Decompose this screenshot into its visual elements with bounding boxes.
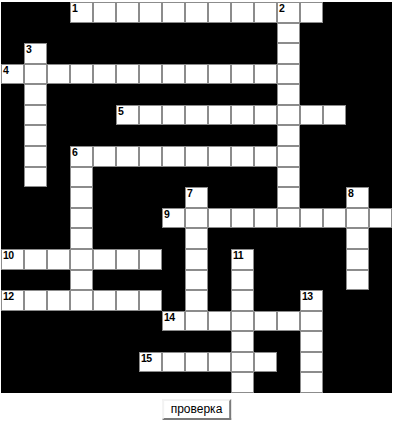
block-r16-c14 xyxy=(323,331,346,352)
block-r12-c7 xyxy=(162,249,185,270)
cell-r5-c5[interactable]: 5 xyxy=(116,105,139,126)
block-r15-c2 xyxy=(47,311,70,332)
cell-r7-c3[interactable]: 6 xyxy=(70,146,93,167)
block-r18-c5 xyxy=(116,372,139,393)
block-r17-c14 xyxy=(323,352,346,373)
cell-r11-c8[interactable] xyxy=(185,228,208,249)
cell-r10-c14[interactable] xyxy=(323,208,346,229)
cell-r16-c10[interactable] xyxy=(231,331,254,352)
block-r13-c7 xyxy=(162,270,185,291)
block-r1-c4 xyxy=(93,23,116,44)
cell-r0-c3[interactable]: 1 xyxy=(70,2,93,23)
cell-r17-c7[interactable] xyxy=(162,352,185,373)
cell-r8-c1[interactable] xyxy=(24,167,47,188)
cell-r15-c12[interactable] xyxy=(277,311,300,332)
block-r15-c0 xyxy=(1,311,24,332)
cell-r12-c3[interactable] xyxy=(70,249,93,270)
block-r16-c12 xyxy=(277,331,300,352)
block-r4-c8 xyxy=(185,84,208,105)
block-r9-c5 xyxy=(116,187,139,208)
cell-r5-c8[interactable] xyxy=(185,105,208,126)
cell-r12-c4[interactable] xyxy=(93,249,116,270)
cell-r3-c0[interactable]: 4 xyxy=(1,64,24,85)
cell-r5-c9[interactable] xyxy=(208,105,231,126)
block-r18-c14 xyxy=(323,372,346,393)
block-r4-c10 xyxy=(231,84,254,105)
block-r13-c5 xyxy=(116,270,139,291)
cell-r3-c12[interactable] xyxy=(277,64,300,85)
block-r11-c6 xyxy=(139,228,162,249)
block-r11-c7 xyxy=(162,228,185,249)
block-r18-c9 xyxy=(208,372,231,393)
block-r8-c0 xyxy=(1,167,24,188)
cell-r7-c9[interactable] xyxy=(208,146,231,167)
cell-r7-c1[interactable] xyxy=(24,146,47,167)
cell-r10-c13[interactable] xyxy=(300,208,323,229)
block-r5-c0 xyxy=(1,105,24,126)
block-r12-c11 xyxy=(254,249,277,270)
block-r11-c2 xyxy=(47,228,70,249)
block-r15-c3 xyxy=(70,311,93,332)
block-r6-c3 xyxy=(70,125,93,146)
cell-r14-c8[interactable] xyxy=(185,290,208,311)
block-r9-c10 xyxy=(231,187,254,208)
block-r1-c0 xyxy=(1,23,24,44)
block-r9-c14 xyxy=(323,187,346,208)
block-r16-c16 xyxy=(369,331,392,352)
block-r11-c1 xyxy=(24,228,47,249)
block-r12-c14 xyxy=(323,249,346,270)
cell-r12-c2[interactable] xyxy=(47,249,70,270)
cell-r8-c3[interactable] xyxy=(70,167,93,188)
block-r17-c1 xyxy=(24,352,47,373)
cell-r7-c5[interactable] xyxy=(116,146,139,167)
cell-r0-c12[interactable]: 2 xyxy=(277,2,300,23)
cell-r6-c12[interactable] xyxy=(277,125,300,146)
block-r6-c4 xyxy=(93,125,116,146)
block-r6-c8 xyxy=(185,125,208,146)
block-r1-c10 xyxy=(231,23,254,44)
cell-r18-c10[interactable] xyxy=(231,372,254,393)
block-r12-c9 xyxy=(208,249,231,270)
cell-r14-c2[interactable] xyxy=(47,290,70,311)
cell-r13-c10[interactable] xyxy=(231,270,254,291)
block-r16-c11 xyxy=(254,331,277,352)
block-r1-c5 xyxy=(116,23,139,44)
cell-r12-c0[interactable]: 10 xyxy=(1,249,24,270)
block-r17-c12 xyxy=(277,352,300,373)
block-r16-c5 xyxy=(116,331,139,352)
cell-r12-c8[interactable] xyxy=(185,249,208,270)
block-r17-c5 xyxy=(116,352,139,373)
block-r11-c16 xyxy=(369,228,392,249)
cell-r15-c8[interactable] xyxy=(185,311,208,332)
cell-r0-c8[interactable] xyxy=(185,2,208,23)
block-r16-c15 xyxy=(346,331,369,352)
block-r18-c16 xyxy=(369,372,392,393)
block-r0-c15 xyxy=(346,2,369,23)
cell-r9-c12[interactable] xyxy=(277,187,300,208)
block-r2-c16 xyxy=(369,43,392,64)
block-r14-c9 xyxy=(208,290,231,311)
block-r4-c13 xyxy=(300,84,323,105)
cell-r10-c3[interactable] xyxy=(70,208,93,229)
cell-r15-c10[interactable] xyxy=(231,311,254,332)
block-r9-c4 xyxy=(93,187,116,208)
cell-r0-c11[interactable] xyxy=(254,2,277,23)
cell-r3-c3[interactable] xyxy=(70,64,93,85)
cell-r7-c8[interactable] xyxy=(185,146,208,167)
cell-r5-c13[interactable] xyxy=(300,105,323,126)
cell-r9-c15[interactable]: 8 xyxy=(346,187,369,208)
cell-r3-c9[interactable] xyxy=(208,64,231,85)
cell-r13-c3[interactable] xyxy=(70,270,93,291)
cell-r17-c11[interactable] xyxy=(254,352,277,373)
block-r17-c15 xyxy=(346,352,369,373)
cell-r14-c5[interactable] xyxy=(116,290,139,311)
block-r2-c13 xyxy=(300,43,323,64)
cell-r14-c6[interactable] xyxy=(139,290,162,311)
block-r2-c10 xyxy=(231,43,254,64)
block-r18-c6 xyxy=(139,372,162,393)
block-r3-c16 xyxy=(369,64,392,85)
cell-r10-c12[interactable] xyxy=(277,208,300,229)
block-r2-c6 xyxy=(139,43,162,64)
cell-r7-c7[interactable] xyxy=(162,146,185,167)
block-r1-c16 xyxy=(369,23,392,44)
cell-r18-c13[interactable] xyxy=(300,372,323,393)
cell-r14-c4[interactable] xyxy=(93,290,116,311)
block-r9-c13 xyxy=(300,187,323,208)
block-r4-c5 xyxy=(116,84,139,105)
cell-r4-c1[interactable] xyxy=(24,84,47,105)
block-r11-c14 xyxy=(323,228,346,249)
block-r4-c14 xyxy=(323,84,346,105)
cell-r7-c12[interactable] xyxy=(277,146,300,167)
block-r12-c16 xyxy=(369,249,392,270)
cell-r5-c1[interactable] xyxy=(24,105,47,126)
block-r6-c16 xyxy=(369,125,392,146)
block-r6-c13 xyxy=(300,125,323,146)
clue-number-3: 3 xyxy=(26,44,31,55)
block-r16-c9 xyxy=(208,331,231,352)
block-r10-c6 xyxy=(139,208,162,229)
cell-r0-c5[interactable] xyxy=(116,2,139,23)
block-r16-c6 xyxy=(139,331,162,352)
cell-r10-c15[interactable] xyxy=(346,208,369,229)
cell-r3-c8[interactable] xyxy=(185,64,208,85)
block-r17-c3 xyxy=(70,352,93,373)
block-r2-c8 xyxy=(185,43,208,64)
block-r10-c0 xyxy=(1,208,24,229)
block-r11-c10 xyxy=(231,228,254,249)
block-r11-c13 xyxy=(300,228,323,249)
block-r6-c11 xyxy=(254,125,277,146)
block-r4-c16 xyxy=(369,84,392,105)
block-r2-c4 xyxy=(93,43,116,64)
cell-r0-c13[interactable] xyxy=(300,2,323,23)
block-r13-c13 xyxy=(300,270,323,291)
block-r2-c14 xyxy=(323,43,346,64)
clue-number-11: 11 xyxy=(233,250,243,261)
cell-r10-c10[interactable] xyxy=(231,208,254,229)
block-r13-c14 xyxy=(323,270,346,291)
block-r16-c3 xyxy=(70,331,93,352)
block-r4-c2 xyxy=(47,84,70,105)
page: { "game": "crossword", "board": { "rows"… xyxy=(0,0,393,422)
block-r18-c1 xyxy=(24,372,47,393)
block-r14-c15 xyxy=(346,290,369,311)
block-r1-c13 xyxy=(300,23,323,44)
cell-r0-c7[interactable] xyxy=(162,2,185,23)
block-r2-c5 xyxy=(116,43,139,64)
cell-r5-c14[interactable] xyxy=(323,105,346,126)
clue-number-8: 8 xyxy=(348,188,353,199)
block-r13-c4 xyxy=(93,270,116,291)
block-r8-c7 xyxy=(162,167,185,188)
cell-r5-c7[interactable] xyxy=(162,105,185,126)
block-r4-c6 xyxy=(139,84,162,105)
block-r18-c4 xyxy=(93,372,116,393)
cell-r12-c6[interactable] xyxy=(139,249,162,270)
cell-r8-c12[interactable] xyxy=(277,167,300,188)
block-r11-c11 xyxy=(254,228,277,249)
cell-r3-c2[interactable] xyxy=(47,64,70,85)
block-r17-c4 xyxy=(93,352,116,373)
cell-r14-c3[interactable] xyxy=(70,290,93,311)
cell-r13-c15[interactable] xyxy=(346,270,369,291)
cell-r17-c6[interactable]: 15 xyxy=(139,352,162,373)
block-r15-c1 xyxy=(24,311,47,332)
cell-r12-c10[interactable]: 11 xyxy=(231,249,254,270)
clue-number-15: 15 xyxy=(141,353,152,364)
block-r10-c1 xyxy=(24,208,47,229)
block-r9-c1 xyxy=(24,187,47,208)
cell-r3-c6[interactable] xyxy=(139,64,162,85)
block-r5-c3 xyxy=(70,105,93,126)
block-r15-c14 xyxy=(323,311,346,332)
cell-r14-c13[interactable]: 13 xyxy=(300,290,323,311)
cell-r0-c4[interactable] xyxy=(93,2,116,23)
block-r2-c7 xyxy=(162,43,185,64)
cell-r15-c9[interactable] xyxy=(208,311,231,332)
cell-r10-c8[interactable] xyxy=(185,208,208,229)
block-r6-c9 xyxy=(208,125,231,146)
cell-r10-c7[interactable]: 9 xyxy=(162,208,185,229)
cell-r10-c16[interactable] xyxy=(369,208,392,229)
block-r7-c15 xyxy=(346,146,369,167)
cell-r5-c11[interactable] xyxy=(254,105,277,126)
cell-r3-c10[interactable] xyxy=(231,64,254,85)
block-r10-c5 xyxy=(116,208,139,229)
cell-r3-c1[interactable] xyxy=(24,64,47,85)
block-r0-c1 xyxy=(24,2,47,23)
block-r18-c11 xyxy=(254,372,277,393)
clue-number-2: 2 xyxy=(279,3,284,14)
cell-r15-c7[interactable]: 14 xyxy=(162,311,185,332)
cell-r9-c3[interactable] xyxy=(70,187,93,208)
cell-r7-c10[interactable] xyxy=(231,146,254,167)
block-r9-c6 xyxy=(139,187,162,208)
cell-r5-c6[interactable] xyxy=(139,105,162,126)
cell-r12-c1[interactable] xyxy=(24,249,47,270)
check-button[interactable]: проверка xyxy=(162,399,232,420)
cell-r4-c12[interactable] xyxy=(277,84,300,105)
cell-r7-c6[interactable] xyxy=(139,146,162,167)
block-r0-c0 xyxy=(1,2,24,23)
block-r13-c2 xyxy=(47,270,70,291)
clue-number-12: 12 xyxy=(3,291,14,302)
block-r7-c2 xyxy=(47,146,70,167)
block-r9-c11 xyxy=(254,187,277,208)
block-r9-c0 xyxy=(1,187,24,208)
cell-r9-c8[interactable]: 7 xyxy=(185,187,208,208)
block-r8-c14 xyxy=(323,167,346,188)
cell-r16-c13[interactable] xyxy=(300,331,323,352)
block-r16-c8 xyxy=(185,331,208,352)
block-r1-c3 xyxy=(70,23,93,44)
block-r2-c9 xyxy=(208,43,231,64)
cell-r3-c5[interactable] xyxy=(116,64,139,85)
block-r18-c8 xyxy=(185,372,208,393)
block-r1-c2 xyxy=(47,23,70,44)
cell-r14-c0[interactable]: 12 xyxy=(1,290,24,311)
crossword-board: 123456789101112131415 xyxy=(1,2,392,393)
block-r8-c15 xyxy=(346,167,369,188)
cell-r5-c10[interactable] xyxy=(231,105,254,126)
cell-r7-c4[interactable] xyxy=(93,146,116,167)
block-r10-c2 xyxy=(47,208,70,229)
block-r12-c13 xyxy=(300,249,323,270)
block-r2-c15 xyxy=(346,43,369,64)
clue-number-6: 6 xyxy=(72,147,77,158)
cell-r11-c15[interactable] xyxy=(346,228,369,249)
block-r13-c9 xyxy=(208,270,231,291)
block-r6-c5 xyxy=(116,125,139,146)
cell-r17-c8[interactable] xyxy=(185,352,208,373)
cell-r6-c1[interactable] xyxy=(24,125,47,146)
block-r11-c5 xyxy=(116,228,139,249)
block-r6-c14 xyxy=(323,125,346,146)
block-r4-c0 xyxy=(1,84,24,105)
cell-r12-c5[interactable] xyxy=(116,249,139,270)
block-r6-c10 xyxy=(231,125,254,146)
cell-r11-c3[interactable] xyxy=(70,228,93,249)
block-r2-c11 xyxy=(254,43,277,64)
cell-r10-c11[interactable] xyxy=(254,208,277,229)
block-r2-c3 xyxy=(70,43,93,64)
block-r4-c11 xyxy=(254,84,277,105)
block-r4-c4 xyxy=(93,84,116,105)
block-r1-c15 xyxy=(346,23,369,44)
block-r1-c1 xyxy=(24,23,47,44)
block-r18-c3 xyxy=(70,372,93,393)
clue-number-4: 4 xyxy=(3,65,8,76)
block-r8-c5 xyxy=(116,167,139,188)
block-r13-c1 xyxy=(24,270,47,291)
block-r5-c4 xyxy=(93,105,116,126)
block-r17-c2 xyxy=(47,352,70,373)
block-r11-c12 xyxy=(277,228,300,249)
block-r16-c7 xyxy=(162,331,185,352)
cell-r3-c7[interactable] xyxy=(162,64,185,85)
cell-r5-c12[interactable] xyxy=(277,105,300,126)
cell-r2-c1[interactable]: 3 xyxy=(24,43,47,64)
cell-r17-c10[interactable] xyxy=(231,352,254,373)
block-r14-c12 xyxy=(277,290,300,311)
block-r4-c3 xyxy=(70,84,93,105)
block-r5-c2 xyxy=(47,105,70,126)
block-r15-c15 xyxy=(346,311,369,332)
block-r17-c0 xyxy=(1,352,24,373)
cell-r12-c15[interactable] xyxy=(346,249,369,270)
cell-r2-c12[interactable] xyxy=(277,43,300,64)
block-r6-c2 xyxy=(47,125,70,146)
cell-r14-c10[interactable] xyxy=(231,290,254,311)
cell-r10-c9[interactable] xyxy=(208,208,231,229)
cell-r15-c11[interactable] xyxy=(254,311,277,332)
cell-r13-c8[interactable] xyxy=(185,270,208,291)
block-r15-c16 xyxy=(369,311,392,332)
block-r10-c4 xyxy=(93,208,116,229)
cell-r17-c9[interactable] xyxy=(208,352,231,373)
block-r18-c7 xyxy=(162,372,185,393)
block-r16-c1 xyxy=(24,331,47,352)
block-r8-c16 xyxy=(369,167,392,188)
cell-r0-c9[interactable] xyxy=(208,2,231,23)
cell-r3-c4[interactable] xyxy=(93,64,116,85)
block-r8-c10 xyxy=(231,167,254,188)
block-r7-c14 xyxy=(323,146,346,167)
cell-r0-c10[interactable] xyxy=(231,2,254,23)
block-r11-c0 xyxy=(1,228,24,249)
block-r18-c0 xyxy=(1,372,24,393)
block-r1-c8 xyxy=(185,23,208,44)
block-r11-c9 xyxy=(208,228,231,249)
clue-number-13: 13 xyxy=(302,291,313,302)
block-r9-c9 xyxy=(208,187,231,208)
clue-number-1: 1 xyxy=(72,3,77,14)
block-r1-c7 xyxy=(162,23,185,44)
cell-r14-c1[interactable] xyxy=(24,290,47,311)
block-r8-c13 xyxy=(300,167,323,188)
block-r8-c6 xyxy=(139,167,162,188)
block-r3-c14 xyxy=(323,64,346,85)
cell-r17-c13[interactable] xyxy=(300,352,323,373)
block-r8-c11 xyxy=(254,167,277,188)
block-r4-c9 xyxy=(208,84,231,105)
clue-number-9: 9 xyxy=(164,209,169,220)
block-r13-c16 xyxy=(369,270,392,291)
cell-r3-c11[interactable] xyxy=(254,64,277,85)
block-r14-c7 xyxy=(162,290,185,311)
block-r13-c12 xyxy=(277,270,300,291)
clue-number-7: 7 xyxy=(187,188,192,199)
block-r7-c16 xyxy=(369,146,392,167)
block-r3-c15 xyxy=(346,64,369,85)
cell-r15-c13[interactable] xyxy=(300,311,323,332)
block-r6-c0 xyxy=(1,125,24,146)
cell-r1-c12[interactable] xyxy=(277,23,300,44)
cell-r0-c6[interactable] xyxy=(139,2,162,23)
block-r2-c0 xyxy=(1,43,24,64)
block-r1-c14 xyxy=(323,23,346,44)
cell-r7-c11[interactable] xyxy=(254,146,277,167)
block-r16-c0 xyxy=(1,331,24,352)
block-r2-c2 xyxy=(47,43,70,64)
block-r13-c11 xyxy=(254,270,277,291)
block-r13-c0 xyxy=(1,270,24,291)
